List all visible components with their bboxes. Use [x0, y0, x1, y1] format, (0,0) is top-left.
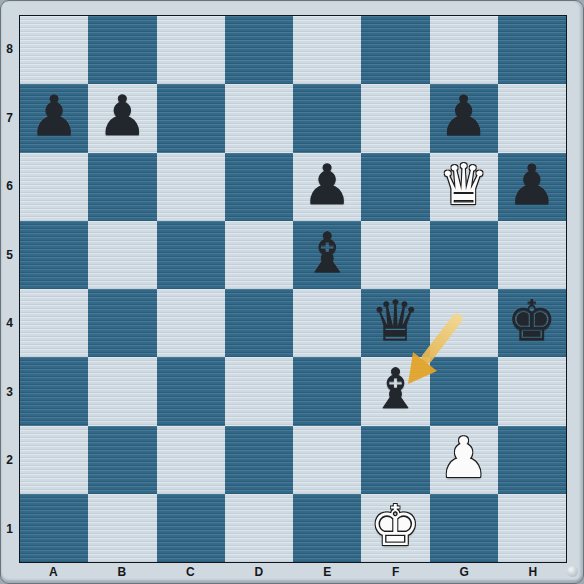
rank-label-6: 6 [0, 152, 19, 221]
corner-ball-decoration [567, 566, 578, 577]
square-f6[interactable] [361, 153, 429, 221]
square-a3[interactable] [20, 357, 88, 425]
square-b1[interactable] [88, 494, 156, 562]
square-g3[interactable] [430, 357, 498, 425]
square-g5[interactable] [430, 221, 498, 289]
rank-label-4: 4 [0, 289, 19, 358]
piece-white-pawn[interactable]: ♟ [439, 430, 489, 486]
square-h2[interactable] [498, 426, 566, 494]
square-h1[interactable] [498, 494, 566, 562]
piece-black-pawn[interactable]: ♟ [439, 88, 489, 144]
square-c2[interactable] [157, 426, 225, 494]
square-g6[interactable]: ♛ [430, 153, 498, 221]
chess-board: ♟♟♟♟♛♟♝♛♚♝♟♚ [19, 15, 567, 563]
square-e8[interactable] [293, 16, 361, 84]
file-label-h: H [499, 562, 568, 582]
rank-label-7: 7 [0, 84, 19, 153]
square-a7[interactable]: ♟ [20, 84, 88, 152]
square-f8[interactable] [361, 16, 429, 84]
square-a4[interactable] [20, 289, 88, 357]
file-label-b: B [88, 562, 157, 582]
square-b2[interactable] [88, 426, 156, 494]
square-g2[interactable]: ♟ [430, 426, 498, 494]
piece-black-bishop[interactable]: ♝ [370, 361, 420, 417]
square-d1[interactable] [225, 494, 293, 562]
square-d6[interactable] [225, 153, 293, 221]
square-h4[interactable]: ♚ [498, 289, 566, 357]
square-d4[interactable] [225, 289, 293, 357]
piece-black-bishop[interactable]: ♝ [302, 225, 352, 281]
square-a5[interactable] [20, 221, 88, 289]
square-a1[interactable] [20, 494, 88, 562]
file-label-a: A [19, 562, 88, 582]
file-label-e: E [293, 562, 362, 582]
square-g8[interactable] [430, 16, 498, 84]
square-b6[interactable] [88, 153, 156, 221]
square-c7[interactable] [157, 84, 225, 152]
square-d5[interactable] [225, 221, 293, 289]
square-b5[interactable] [88, 221, 156, 289]
rank-label-2: 2 [0, 426, 19, 495]
square-d8[interactable] [225, 16, 293, 84]
rank-label-8: 8 [0, 15, 19, 84]
rank-labels: 87654321 [0, 15, 19, 563]
square-d7[interactable] [225, 84, 293, 152]
square-h7[interactable] [498, 84, 566, 152]
square-b3[interactable] [88, 357, 156, 425]
square-b8[interactable] [88, 16, 156, 84]
square-h3[interactable] [498, 357, 566, 425]
square-e3[interactable] [293, 357, 361, 425]
square-e5[interactable]: ♝ [293, 221, 361, 289]
square-c8[interactable] [157, 16, 225, 84]
square-g7[interactable]: ♟ [430, 84, 498, 152]
square-f2[interactable] [361, 426, 429, 494]
file-label-c: C [156, 562, 225, 582]
file-label-g: G [430, 562, 499, 582]
square-h6[interactable]: ♟ [498, 153, 566, 221]
piece-black-pawn[interactable]: ♟ [29, 88, 79, 144]
square-g1[interactable] [430, 494, 498, 562]
piece-black-pawn[interactable]: ♟ [507, 157, 557, 213]
square-f3[interactable]: ♝ [361, 357, 429, 425]
square-e4[interactable] [293, 289, 361, 357]
square-a6[interactable] [20, 153, 88, 221]
square-f1[interactable]: ♚ [361, 494, 429, 562]
rank-label-5: 5 [0, 221, 19, 290]
square-c3[interactable] [157, 357, 225, 425]
piece-white-king[interactable]: ♚ [370, 498, 420, 554]
piece-black-queen[interactable]: ♛ [370, 293, 420, 349]
rank-label-1: 1 [0, 495, 19, 564]
square-f7[interactable] [361, 84, 429, 152]
square-g4[interactable] [430, 289, 498, 357]
square-b7[interactable]: ♟ [88, 84, 156, 152]
square-e7[interactable] [293, 84, 361, 152]
square-a2[interactable] [20, 426, 88, 494]
square-d3[interactable] [225, 357, 293, 425]
square-d2[interactable] [225, 426, 293, 494]
square-h5[interactable] [498, 221, 566, 289]
piece-white-queen[interactable]: ♛ [439, 157, 489, 213]
square-f5[interactable] [361, 221, 429, 289]
rank-label-3: 3 [0, 358, 19, 427]
square-f4[interactable]: ♛ [361, 289, 429, 357]
file-labels: ABCDEFGH [19, 562, 567, 582]
square-e6[interactable]: ♟ [293, 153, 361, 221]
square-h8[interactable] [498, 16, 566, 84]
file-label-d: D [225, 562, 294, 582]
square-c6[interactable] [157, 153, 225, 221]
square-c5[interactable] [157, 221, 225, 289]
square-e2[interactable] [293, 426, 361, 494]
piece-black-pawn[interactable]: ♟ [302, 157, 352, 213]
square-e1[interactable] [293, 494, 361, 562]
piece-black-pawn[interactable]: ♟ [97, 88, 147, 144]
piece-black-king[interactable]: ♚ [507, 293, 557, 349]
square-c4[interactable] [157, 289, 225, 357]
square-a8[interactable] [20, 16, 88, 84]
square-c1[interactable] [157, 494, 225, 562]
file-label-f: F [362, 562, 431, 582]
square-b4[interactable] [88, 289, 156, 357]
